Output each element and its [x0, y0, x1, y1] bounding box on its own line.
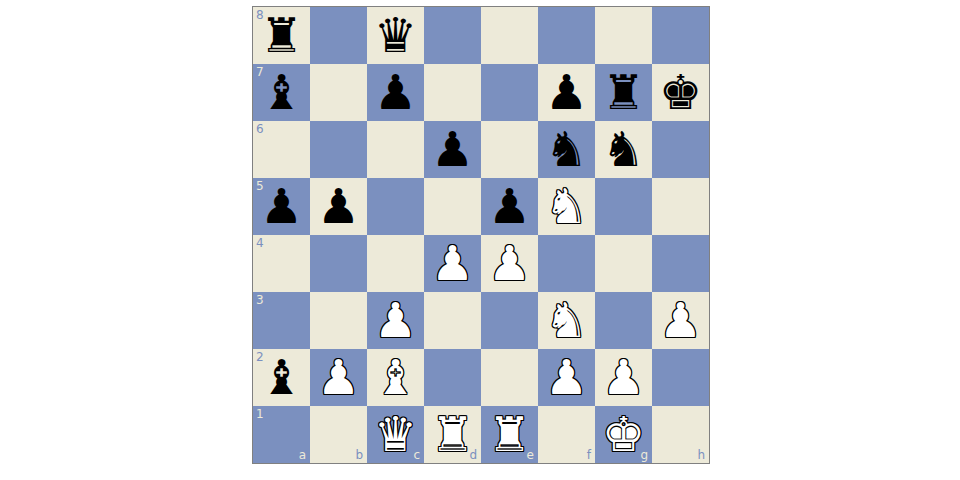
piece-bB-a7[interactable]: ♝ [260, 68, 303, 116]
piece-wN-f3[interactable]: ♞ [545, 296, 588, 344]
rank-label-2: 2 [256, 351, 264, 363]
square-d6[interactable]: ♟ [424, 121, 481, 178]
rank-label-4: 4 [256, 237, 264, 249]
square-e2[interactable] [481, 349, 538, 406]
file-label-e: e [527, 449, 534, 461]
piece-bK-h7[interactable]: ♚ [659, 68, 702, 116]
square-c4[interactable] [367, 235, 424, 292]
square-f5[interactable]: ♞ [538, 178, 595, 235]
piece-bP-d6[interactable]: ♟ [431, 125, 474, 173]
square-f6[interactable]: ♞ [538, 121, 595, 178]
file-label-b: b [355, 449, 363, 461]
piece-bB-a2[interactable]: ♝ [260, 353, 303, 401]
piece-bN-f6[interactable]: ♞ [545, 125, 588, 173]
square-d4[interactable]: ♟ [424, 235, 481, 292]
square-h1[interactable]: h [652, 406, 709, 463]
file-label-c: c [413, 449, 420, 461]
piece-wP-e4[interactable]: ♟ [488, 239, 531, 287]
file-label-f: f [587, 449, 591, 461]
piece-wQ-c1[interactable]: ♛ [374, 410, 417, 458]
square-b4[interactable] [310, 235, 367, 292]
rank-label-3: 3 [256, 294, 264, 306]
rank-label-8: 8 [256, 9, 264, 21]
square-c7[interactable]: ♟ [367, 64, 424, 121]
piece-wK-g1[interactable]: ♚ [602, 410, 645, 458]
square-h3[interactable]: ♟ [652, 292, 709, 349]
square-a8[interactable]: ♜8 [253, 7, 310, 64]
square-a1[interactable]: 1a [253, 406, 310, 463]
square-g8[interactable] [595, 7, 652, 64]
square-b7[interactable] [310, 64, 367, 121]
square-a3[interactable]: 3 [253, 292, 310, 349]
piece-wP-b2[interactable]: ♟ [317, 353, 360, 401]
piece-wP-d4[interactable]: ♟ [431, 239, 474, 287]
square-g4[interactable] [595, 235, 652, 292]
piece-bP-f7[interactable]: ♟ [545, 68, 588, 116]
page: ♜8♛♝7♟♟♜♚6♟♞♞♟5♟♟♞4♟♟3♟♞♟♝2♟♝♟♟1ab♛c♜d♜e… [0, 0, 960, 480]
square-b3[interactable] [310, 292, 367, 349]
square-f7[interactable]: ♟ [538, 64, 595, 121]
piece-wP-g2[interactable]: ♟ [602, 353, 645, 401]
square-a6[interactable]: 6 [253, 121, 310, 178]
piece-bP-a5[interactable]: ♟ [260, 182, 303, 230]
square-b6[interactable] [310, 121, 367, 178]
square-b5[interactable]: ♟ [310, 178, 367, 235]
square-f1[interactable]: f [538, 406, 595, 463]
square-f8[interactable] [538, 7, 595, 64]
file-label-g: g [640, 449, 648, 461]
piece-wR-e1[interactable]: ♜ [488, 410, 531, 458]
square-e7[interactable] [481, 64, 538, 121]
square-d3[interactable] [424, 292, 481, 349]
file-label-h: h [697, 449, 705, 461]
rank-label-7: 7 [256, 66, 264, 78]
square-h4[interactable] [652, 235, 709, 292]
square-e4[interactable]: ♟ [481, 235, 538, 292]
piece-wP-f2[interactable]: ♟ [545, 353, 588, 401]
square-f2[interactable]: ♟ [538, 349, 595, 406]
square-c8[interactable]: ♛ [367, 7, 424, 64]
square-a7[interactable]: ♝7 [253, 64, 310, 121]
square-a4[interactable]: 4 [253, 235, 310, 292]
square-g6[interactable]: ♞ [595, 121, 652, 178]
square-e6[interactable] [481, 121, 538, 178]
piece-bR-a8[interactable]: ♜ [260, 11, 303, 59]
square-a2[interactable]: ♝2 [253, 349, 310, 406]
square-d5[interactable] [424, 178, 481, 235]
square-b8[interactable] [310, 7, 367, 64]
square-b2[interactable]: ♟ [310, 349, 367, 406]
piece-bR-g7[interactable]: ♜ [602, 68, 645, 116]
piece-wN-f5[interactable]: ♞ [545, 182, 588, 230]
square-f3[interactable]: ♞ [538, 292, 595, 349]
square-c3[interactable]: ♟ [367, 292, 424, 349]
square-e1[interactable]: ♜e [481, 406, 538, 463]
square-h8[interactable] [652, 7, 709, 64]
square-h5[interactable] [652, 178, 709, 235]
square-g5[interactable] [595, 178, 652, 235]
piece-bQ-c8[interactable]: ♛ [374, 11, 417, 59]
piece-bP-c7[interactable]: ♟ [374, 68, 417, 116]
chess-board: ♜8♛♝7♟♟♜♚6♟♞♞♟5♟♟♞4♟♟3♟♞♟♝2♟♝♟♟1ab♛c♜d♜e… [252, 6, 710, 464]
square-b1[interactable]: b [310, 406, 367, 463]
square-d7[interactable] [424, 64, 481, 121]
piece-wR-d1[interactable]: ♜ [431, 410, 474, 458]
file-label-d: d [469, 449, 477, 461]
square-d8[interactable] [424, 7, 481, 64]
square-g3[interactable] [595, 292, 652, 349]
square-h6[interactable] [652, 121, 709, 178]
square-e8[interactable] [481, 7, 538, 64]
piece-wP-h3[interactable]: ♟ [659, 296, 702, 344]
square-h7[interactable]: ♚ [652, 64, 709, 121]
piece-wP-c3[interactable]: ♟ [374, 296, 417, 344]
square-c2[interactable]: ♝ [367, 349, 424, 406]
square-h2[interactable] [652, 349, 709, 406]
square-c6[interactable] [367, 121, 424, 178]
rank-label-1: 1 [256, 408, 264, 420]
square-g1[interactable]: ♚g [595, 406, 652, 463]
square-c1[interactable]: ♛c [367, 406, 424, 463]
rank-label-6: 6 [256, 123, 264, 135]
square-d2[interactable] [424, 349, 481, 406]
square-e5[interactable]: ♟ [481, 178, 538, 235]
piece-bP-b5[interactable]: ♟ [317, 182, 360, 230]
square-c5[interactable] [367, 178, 424, 235]
file-label-a: a [299, 449, 306, 461]
square-e3[interactable] [481, 292, 538, 349]
square-d1[interactable]: ♜d [424, 406, 481, 463]
piece-wB-c2[interactable]: ♝ [374, 353, 417, 401]
piece-bN-g6[interactable]: ♞ [602, 125, 645, 173]
square-a5[interactable]: ♟5 [253, 178, 310, 235]
square-f4[interactable] [538, 235, 595, 292]
rank-label-5: 5 [256, 180, 264, 192]
square-g7[interactable]: ♜ [595, 64, 652, 121]
piece-bP-e5[interactable]: ♟ [488, 182, 531, 230]
square-g2[interactable]: ♟ [595, 349, 652, 406]
